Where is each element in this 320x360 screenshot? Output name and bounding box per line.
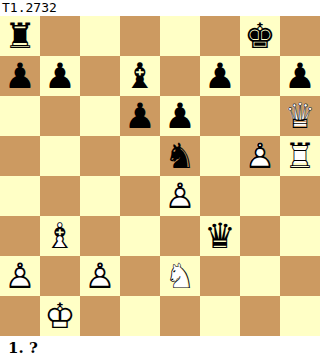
square-f3[interactable]: ♛: [200, 216, 240, 256]
square-g4[interactable]: [240, 176, 280, 216]
square-g1[interactable]: [240, 296, 280, 336]
footer: 1. ?: [0, 336, 320, 360]
piece-black-knight[interactable]: ♞: [160, 136, 200, 176]
square-f4[interactable]: [200, 176, 240, 216]
square-h2[interactable]: [280, 256, 320, 296]
square-e4[interactable]: ♟♙: [160, 176, 200, 216]
piece-black-rook[interactable]: ♜: [0, 16, 40, 56]
piece-white-rook[interactable]: ♜♖: [280, 136, 320, 176]
square-b6[interactable]: [40, 96, 80, 136]
square-g2[interactable]: [240, 256, 280, 296]
square-h3[interactable]: [280, 216, 320, 256]
square-e3[interactable]: [160, 216, 200, 256]
piece-white-knight[interactable]: ♞♘: [160, 256, 200, 296]
square-f2[interactable]: [200, 256, 240, 296]
square-e6[interactable]: ♟: [160, 96, 200, 136]
square-a1[interactable]: [0, 296, 40, 336]
square-c4[interactable]: [80, 176, 120, 216]
square-f1[interactable]: [200, 296, 240, 336]
square-f7[interactable]: ♟: [200, 56, 240, 96]
square-e2[interactable]: ♞♘: [160, 256, 200, 296]
square-d5[interactable]: [120, 136, 160, 176]
square-d1[interactable]: [120, 296, 160, 336]
piece-black-pawn[interactable]: ♟: [280, 56, 320, 96]
piece-black-bishop[interactable]: ♝: [120, 56, 160, 96]
square-a7[interactable]: ♟: [0, 56, 40, 96]
square-g8[interactable]: ♚: [240, 16, 280, 56]
square-c1[interactable]: [80, 296, 120, 336]
piece-black-pawn[interactable]: ♟: [0, 56, 40, 96]
square-e8[interactable]: [160, 16, 200, 56]
square-b3[interactable]: ♝♗: [40, 216, 80, 256]
square-e1[interactable]: [160, 296, 200, 336]
piece-outline: ♙: [160, 176, 200, 216]
piece-white-pawn[interactable]: ♟♙: [160, 176, 200, 216]
piece-black-pawn[interactable]: ♟: [120, 96, 160, 136]
square-c5[interactable]: [80, 136, 120, 176]
square-e7[interactable]: [160, 56, 200, 96]
piece-white-king[interactable]: ♚♔: [40, 296, 80, 336]
square-h8[interactable]: [280, 16, 320, 56]
square-f8[interactable]: [200, 16, 240, 56]
piece-outline: ♗: [40, 216, 80, 256]
piece-outline: ♙: [80, 256, 120, 296]
square-c8[interactable]: [80, 16, 120, 56]
chess-board: ♜♚♟♟♝♟♟♟♟♛♕♞♟♙♜♖♟♙♝♗♛♟♙♟♙♞♘♚♔: [0, 16, 320, 336]
piece-black-queen[interactable]: ♛: [200, 216, 240, 256]
square-h5[interactable]: ♜♖: [280, 136, 320, 176]
piece-outline: ♙: [0, 256, 40, 296]
square-f5[interactable]: [200, 136, 240, 176]
piece-outline: ♔: [40, 296, 80, 336]
square-a4[interactable]: [0, 176, 40, 216]
square-c7[interactable]: [80, 56, 120, 96]
square-b8[interactable]: [40, 16, 80, 56]
piece-white-bishop[interactable]: ♝♗: [40, 216, 80, 256]
square-d6[interactable]: ♟: [120, 96, 160, 136]
piece-white-pawn[interactable]: ♟♙: [0, 256, 40, 296]
square-f6[interactable]: [200, 96, 240, 136]
square-h7[interactable]: ♟: [280, 56, 320, 96]
square-d8[interactable]: [120, 16, 160, 56]
square-d3[interactable]: [120, 216, 160, 256]
piece-white-pawn[interactable]: ♟♙: [80, 256, 120, 296]
square-h1[interactable]: [280, 296, 320, 336]
piece-white-pawn[interactable]: ♟♙: [240, 136, 280, 176]
piece-outline: ♖: [280, 136, 320, 176]
square-b7[interactable]: ♟: [40, 56, 80, 96]
square-h4[interactable]: [280, 176, 320, 216]
piece-black-king[interactable]: ♚: [240, 16, 280, 56]
square-a8[interactable]: ♜: [0, 16, 40, 56]
piece-black-pawn[interactable]: ♟: [200, 56, 240, 96]
square-g6[interactable]: [240, 96, 280, 136]
square-g7[interactable]: [240, 56, 280, 96]
piece-outline: ♘: [160, 256, 200, 296]
square-d2[interactable]: [120, 256, 160, 296]
title-bar: T1.2732: [0, 0, 320, 16]
square-c2[interactable]: ♟♙: [80, 256, 120, 296]
square-a3[interactable]: [0, 216, 40, 256]
square-c3[interactable]: [80, 216, 120, 256]
square-b4[interactable]: [40, 176, 80, 216]
square-g3[interactable]: [240, 216, 280, 256]
piece-black-pawn[interactable]: ♟: [160, 96, 200, 136]
move-prompt: 1. ?: [0, 339, 38, 357]
square-g5[interactable]: ♟♙: [240, 136, 280, 176]
piece-black-pawn[interactable]: ♟: [40, 56, 80, 96]
square-d7[interactable]: ♝: [120, 56, 160, 96]
square-c6[interactable]: [80, 96, 120, 136]
square-d4[interactable]: [120, 176, 160, 216]
square-a5[interactable]: [0, 136, 40, 176]
square-h6[interactable]: ♛♕: [280, 96, 320, 136]
piece-outline: ♕: [280, 96, 320, 136]
piece-outline: ♙: [240, 136, 280, 176]
square-b2[interactable]: [40, 256, 80, 296]
square-b5[interactable]: [40, 136, 80, 176]
puzzle-title: T1.2732: [0, 0, 57, 16]
square-a6[interactable]: [0, 96, 40, 136]
square-b1[interactable]: ♚♔: [40, 296, 80, 336]
piece-white-queen[interactable]: ♛♕: [280, 96, 320, 136]
square-e5[interactable]: ♞: [160, 136, 200, 176]
chess-puzzle-window: T1.2732 ♜♚♟♟♝♟♟♟♟♛♕♞♟♙♜♖♟♙♝♗♛♟♙♟♙♞♘♚♔ 1.…: [0, 0, 320, 360]
square-a2[interactable]: ♟♙: [0, 256, 40, 296]
